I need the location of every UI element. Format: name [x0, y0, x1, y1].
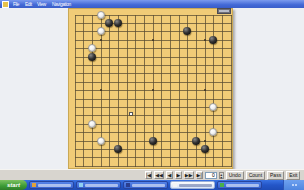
move-number-field[interactable]: [205, 172, 217, 179]
menu-file[interactable]: File: [13, 2, 19, 7]
start-button[interactable]: start: [0, 180, 27, 190]
board-corner-badge: [217, 8, 231, 14]
title-menu-bar: File Edit View Navigation: [0, 0, 304, 8]
taskbar: start: [0, 180, 304, 190]
window-client-area: [0, 8, 304, 169]
grid-line-v: [222, 15, 223, 167]
system-tray[interactable]: [283, 180, 304, 190]
taskbar-item[interactable]: [170, 181, 215, 189]
grid-line-h: [75, 166, 232, 167]
first-move-button[interactable]: |◀: [145, 171, 152, 179]
stone-black: [201, 145, 209, 153]
grid-line-v: [161, 15, 162, 167]
exit-button[interactable]: Exit: [286, 171, 300, 180]
grid-line-h: [75, 99, 232, 100]
grid-line-h: [75, 115, 232, 116]
task-icon: [220, 183, 224, 187]
stone-black: [88, 53, 96, 61]
taskbar-item[interactable]: [217, 181, 262, 189]
forward-button[interactable]: ▶: [175, 171, 182, 179]
taskbar-item[interactable]: [123, 181, 168, 189]
back-ten-button[interactable]: ◀◀: [154, 171, 164, 179]
pass-button[interactable]: Pass: [267, 171, 284, 180]
grid-line-v: [187, 15, 188, 167]
menu-navigation[interactable]: Navigation: [52, 2, 71, 7]
taskbar-item[interactable]: [76, 181, 121, 189]
star-point: [204, 140, 206, 142]
stone-black: [209, 36, 217, 44]
stone-white: [209, 103, 217, 111]
grid-line-h: [75, 157, 232, 158]
menu-view[interactable]: View: [37, 2, 46, 7]
stone-black: [192, 137, 200, 145]
count-button[interactable]: Count: [246, 171, 265, 180]
grid-line-h: [75, 107, 232, 108]
last-move-button[interactable]: ▶|: [196, 171, 203, 179]
star-point: [152, 39, 154, 41]
grid-line-v: [170, 15, 171, 167]
stone-white: [88, 120, 96, 128]
undo-button[interactable]: Undo: [226, 171, 244, 180]
menu-edit[interactable]: Edit: [25, 2, 32, 7]
star-point: [100, 89, 102, 91]
stone-black: [149, 137, 157, 145]
go-board[interactable]: [68, 8, 233, 169]
stone-white: [97, 27, 105, 35]
grid-line-v: [179, 15, 180, 167]
task-icon: [79, 183, 83, 187]
grid-line-h: [75, 132, 232, 133]
stone-white: [97, 137, 105, 145]
stone-white: [97, 11, 105, 19]
stone-black: [114, 19, 122, 27]
star-point: [152, 89, 154, 91]
task-icon: [32, 183, 36, 187]
app-icon: [2, 1, 9, 8]
forward-ten-button[interactable]: ▶▶: [184, 171, 194, 179]
taskbar-item[interactable]: [29, 181, 74, 189]
stone-black: [114, 145, 122, 153]
grid-line-v: [231, 15, 232, 167]
stone-white: [209, 128, 217, 136]
task-icon: [126, 183, 130, 187]
task-icon: [173, 183, 177, 187]
star-point: [204, 89, 206, 91]
stone-black: [105, 19, 113, 27]
move-spinner[interactable]: ▴▾: [219, 172, 224, 179]
star-point: [204, 39, 206, 41]
star-point: [100, 39, 102, 41]
grid-line-h: [75, 124, 232, 125]
stone-black: [183, 27, 191, 35]
navigation-toolbar: |◀ ◀◀ ◀ ▶ ▶▶ ▶| ▴▾ Undo Count Pass Exit: [0, 169, 304, 180]
back-button[interactable]: ◀: [166, 171, 173, 179]
stone-white: [88, 44, 96, 52]
